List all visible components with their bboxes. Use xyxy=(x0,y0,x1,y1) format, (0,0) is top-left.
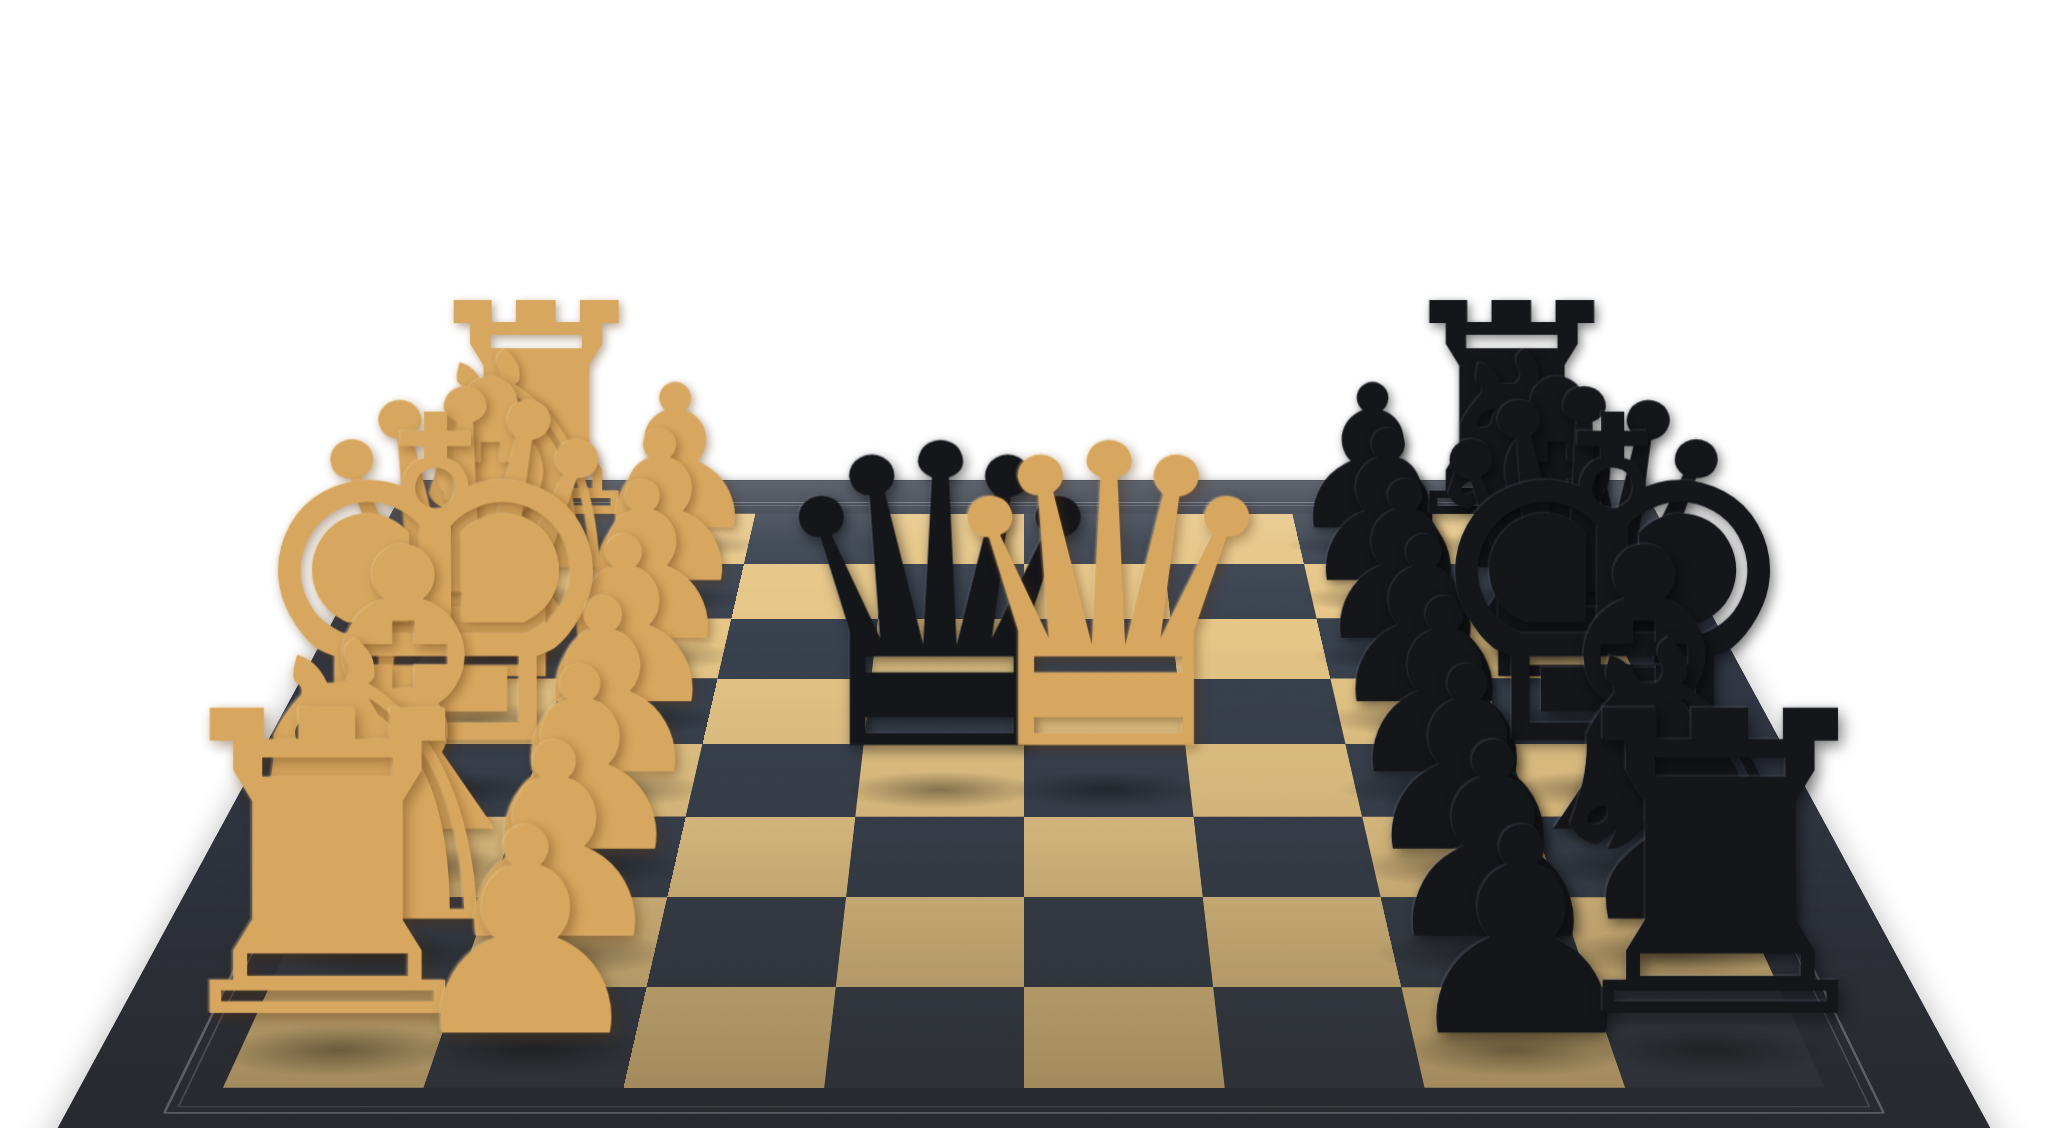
chess-board: ♜♟♟♜♞♟♟♞♝♟♟♝♛♟♟♛♚♟♛♛♟♚♝♟♟♝♞♟♟♞♜♟♟♜ xyxy=(36,480,2012,1128)
square-h8[interactable]: ♜ xyxy=(1590,987,1825,1088)
square-h5[interactable] xyxy=(1024,987,1224,1088)
piece-h8-black-rook[interactable]: ♜ xyxy=(1533,659,1908,1077)
square-f3[interactable] xyxy=(667,817,855,897)
square-f4[interactable] xyxy=(846,817,1024,897)
chess-product-photo-scene: ♜♟♟♜♞♟♟♞♝♟♟♝♛♟♟♛♚♟♛♛♟♚♝♟♟♝♞♟♟♞♜♟♟♜ xyxy=(0,0,2048,1128)
piece-h2-white-pawn[interactable]: ♟ xyxy=(399,792,655,1077)
square-f6[interactable] xyxy=(1193,817,1381,897)
square-g6[interactable] xyxy=(1202,897,1401,987)
square-g5[interactable] xyxy=(1024,897,1213,987)
board-playing-area: ♜♟♟♜♞♟♟♞♝♟♟♝♛♟♟♛♚♟♛♛♟♚♝♟♟♝♞♟♟♞♜♟♟♜ xyxy=(223,514,1825,1088)
square-g4[interactable] xyxy=(835,897,1024,987)
square-f5[interactable] xyxy=(1024,817,1202,897)
square-h6[interactable] xyxy=(1213,987,1425,1088)
square-e5[interactable]: ♛ xyxy=(1024,744,1193,817)
piece-e5-white-queen[interactable]: ♛ xyxy=(921,392,1295,810)
square-h4[interactable] xyxy=(824,987,1024,1088)
square-h3[interactable] xyxy=(623,987,835,1088)
square-h2[interactable]: ♟ xyxy=(423,987,646,1088)
square-g3[interactable] xyxy=(647,897,846,987)
